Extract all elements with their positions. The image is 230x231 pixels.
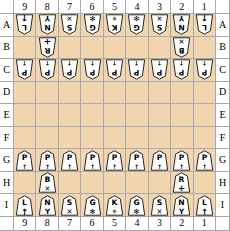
square-8d[interactable]	[36, 82, 57, 104]
piece-black-gold[interactable]: G✻	[127, 195, 146, 216]
square-2e[interactable]	[171, 104, 192, 126]
piece-white-rook[interactable]: R+	[38, 37, 57, 58]
square-3b[interactable]	[149, 37, 170, 59]
rank-label-right-A: A	[216, 14, 229, 36]
square-9d[interactable]	[14, 82, 35, 104]
square-4a[interactable]: G✻	[126, 14, 147, 36]
piece-black-pawn[interactable]: P↑	[150, 150, 169, 171]
piece-move-glyph: ✳	[112, 207, 118, 216]
piece-move-glyph: ✕	[67, 207, 73, 216]
piece-letter: P	[44, 153, 50, 162]
piece-letter: P	[89, 153, 95, 162]
square-9c[interactable]: P↑	[14, 59, 35, 81]
piece-move-glyph: ↑	[21, 14, 28, 23]
piece-letter: P	[201, 68, 207, 77]
piece-move-glyph: ↑	[89, 60, 94, 67]
square-4g[interactable]: P↑	[126, 149, 147, 171]
piece-move-glyph: ↑	[179, 163, 184, 170]
piece-letter: P	[179, 68, 185, 77]
square-3d[interactable]	[149, 82, 170, 104]
square-8g[interactable]: P↑	[36, 149, 57, 171]
file-label-top-3: 3	[149, 0, 170, 13]
piece-move-glyph: ↑	[67, 60, 72, 67]
piece-letter: G	[89, 23, 95, 32]
square-4b[interactable]	[126, 37, 147, 59]
file-label-bottom-3: 3	[149, 217, 170, 230]
square-8f[interactable]	[36, 127, 57, 149]
square-6g[interactable]: P↑	[81, 149, 102, 171]
square-2h[interactable]: R+	[171, 172, 192, 194]
square-2i[interactable]: NY	[171, 194, 192, 216]
piece-white-pawn[interactable]: P↑	[38, 59, 57, 80]
square-7e[interactable]	[59, 104, 80, 126]
square-9f[interactable]	[14, 127, 35, 149]
square-2f[interactable]	[171, 127, 192, 149]
square-5g[interactable]: P↑	[104, 149, 125, 171]
piece-black-bishop[interactable]: B✕	[38, 172, 57, 193]
square-7h[interactable]	[59, 172, 80, 194]
piece-letter: P	[66, 68, 72, 77]
square-9h[interactable]	[14, 172, 35, 194]
square-3h[interactable]	[149, 172, 170, 194]
piece-black-lance[interactable]: L↑	[195, 195, 214, 216]
piece-move-glyph: Y	[44, 207, 51, 216]
piece-white-king[interactable]: K✳	[105, 14, 124, 35]
square-1h[interactable]	[194, 172, 215, 194]
square-5i[interactable]: K✳	[104, 194, 125, 216]
square-8h[interactable]: B✕	[36, 172, 57, 194]
square-5f[interactable]	[104, 127, 125, 149]
piece-letter: P	[44, 68, 50, 77]
piece-move-glyph: +	[44, 37, 51, 47]
file-label-top-8: 8	[36, 0, 57, 13]
piece-letter: N	[179, 23, 185, 32]
square-8a[interactable]: NY	[36, 14, 57, 36]
file-label-top-5: 5	[104, 0, 125, 13]
piece-move-glyph: ✕	[67, 14, 73, 23]
square-4d[interactable]	[126, 82, 147, 104]
square-7d[interactable]	[59, 82, 80, 104]
piece-white-knight[interactable]: NY	[172, 14, 191, 35]
square-3i[interactable]: S✕	[149, 194, 170, 216]
file-label-top-1: 1	[194, 0, 215, 13]
piece-white-gold[interactable]: G✻	[127, 14, 146, 35]
rank-label-right-C: C	[216, 59, 229, 81]
file-label-bottom-1: 1	[194, 217, 215, 230]
square-6a[interactable]: G✻	[81, 14, 102, 36]
piece-move-glyph: ✕	[179, 37, 185, 46]
piece-letter: L	[22, 23, 27, 32]
file-label-bottom-6: 6	[81, 217, 102, 230]
square-1b[interactable]	[194, 37, 215, 59]
file-label-top-2: 2	[171, 0, 192, 13]
rank-label-left-E: E	[0, 104, 13, 126]
square-7b[interactable]	[59, 37, 80, 59]
square-1f[interactable]	[194, 127, 215, 149]
file-label-bottom-2: 2	[171, 217, 192, 230]
rank-label-left-B: B	[0, 37, 13, 59]
rank-label-right-H: H	[216, 172, 229, 194]
rank-label-left-A: A	[0, 14, 13, 36]
rank-label-left-D: D	[0, 82, 13, 104]
corner-bottom-left	[0, 217, 13, 230]
rank-label-left-G: G	[0, 149, 13, 171]
square-5b[interactable]	[104, 37, 125, 59]
piece-move-glyph: ↑	[134, 60, 139, 67]
piece-move-glyph: ✻	[89, 207, 95, 216]
square-7g[interactable]: P↑	[59, 149, 80, 171]
piece-move-glyph: ↑	[202, 60, 207, 67]
piece-move-glyph: ↑	[201, 207, 208, 216]
square-6h[interactable]	[81, 172, 102, 194]
rank-label-right-F: F	[216, 127, 229, 149]
piece-white-lance[interactable]: L↑	[15, 14, 34, 35]
square-5c[interactable]: P↑	[104, 59, 125, 81]
piece-white-pawn[interactable]: P↑	[15, 59, 34, 80]
piece-black-pawn[interactable]: P↑	[172, 150, 191, 171]
piece-move-glyph: ✻	[89, 14, 95, 23]
file-label-top-9: 9	[14, 0, 35, 13]
rank-label-left-C: C	[0, 59, 13, 81]
piece-letter: P	[112, 153, 118, 162]
square-1i[interactable]: L↑	[194, 194, 215, 216]
rank-label-right-B: B	[216, 37, 229, 59]
piece-move-glyph: ✻	[134, 207, 140, 216]
square-1g[interactable]: P↑	[194, 149, 215, 171]
piece-white-silver[interactable]: S✕	[150, 14, 169, 35]
square-8i[interactable]: NY	[36, 194, 57, 216]
square-6d[interactable]	[81, 82, 102, 104]
piece-move-glyph: ✕	[156, 14, 162, 23]
rank-label-left-I: I	[0, 194, 13, 216]
rank-label-right-G: G	[216, 149, 229, 171]
piece-letter: N	[44, 23, 50, 32]
piece-move-glyph: ✻	[134, 14, 140, 23]
piece-move-glyph: ↑	[67, 163, 72, 170]
file-label-bottom-8: 8	[36, 217, 57, 230]
square-2b[interactable]: B✕	[171, 37, 192, 59]
piece-move-glyph: ↑	[45, 163, 50, 170]
piece-letter: P	[134, 153, 140, 162]
piece-white-pawn[interactable]: P↑	[150, 59, 169, 80]
piece-letter: L	[202, 23, 207, 32]
rank-label-right-D: D	[216, 82, 229, 104]
square-6i[interactable]: G✻	[81, 194, 102, 216]
rank-label-right-E: E	[216, 104, 229, 126]
piece-move-glyph: ✕	[44, 184, 50, 193]
square-3f[interactable]	[149, 127, 170, 149]
piece-move-glyph: ↑	[21, 207, 28, 216]
piece-white-silver[interactable]: S✕	[60, 14, 79, 35]
piece-black-knight[interactable]: NY	[172, 195, 191, 216]
piece-black-pawn[interactable]: P↑	[127, 150, 146, 171]
square-6f[interactable]	[81, 127, 102, 149]
piece-letter: S	[67, 23, 72, 32]
square-2c[interactable]: P↑	[171, 59, 192, 81]
square-9a[interactable]: L↑	[14, 14, 35, 36]
piece-letter: G	[134, 23, 140, 32]
piece-white-pawn[interactable]: P↑	[172, 59, 191, 80]
piece-move-glyph: ↑	[45, 60, 50, 67]
piece-black-knight[interactable]: NY	[38, 195, 57, 216]
piece-move-glyph: ↑	[112, 60, 117, 67]
file-label-bottom-7: 7	[59, 217, 80, 230]
square-8b[interactable]: R+	[36, 37, 57, 59]
piece-black-rook[interactable]: R+	[172, 172, 191, 193]
piece-move-glyph: ↑	[157, 60, 162, 67]
square-8c[interactable]: P↑	[36, 59, 57, 81]
file-label-top-6: 6	[81, 0, 102, 13]
shogi-board: 987654321AL↑NYS✕G✻K✳G✻S✕NYL↑ABR+B✕BCP↑P↑…	[0, 0, 230, 231]
piece-white-pawn[interactable]: P↑	[195, 59, 214, 80]
square-5d[interactable]	[104, 82, 125, 104]
rank-label-left-F: F	[0, 127, 13, 149]
square-5e[interactable]	[104, 104, 125, 126]
piece-black-pawn[interactable]: P↑	[60, 150, 79, 171]
piece-move-glyph: ↑	[202, 163, 207, 170]
corner-top-left	[0, 0, 13, 13]
file-label-bottom-4: 4	[126, 217, 147, 230]
square-5h[interactable]	[104, 172, 125, 194]
piece-black-pawn[interactable]: P↑	[105, 150, 124, 171]
piece-black-pawn[interactable]: P↑	[38, 150, 57, 171]
piece-move-glyph: Y	[178, 14, 185, 23]
square-2g[interactable]: P↑	[171, 149, 192, 171]
file-label-top-7: 7	[59, 0, 80, 13]
piece-letter: P	[67, 153, 73, 162]
piece-move-glyph: ↑	[22, 163, 27, 170]
piece-move-glyph: ✳	[111, 14, 117, 23]
piece-letter: P	[134, 68, 140, 77]
square-7a[interactable]: S✕	[59, 14, 80, 36]
piece-white-pawn[interactable]: P↑	[83, 59, 102, 80]
file-label-bottom-5: 5	[104, 217, 125, 230]
piece-letter: P	[22, 153, 28, 162]
piece-white-pawn[interactable]: P↑	[60, 59, 79, 80]
piece-move-glyph: ↑	[201, 14, 208, 23]
piece-black-silver[interactable]: S✕	[60, 195, 79, 216]
square-9i[interactable]: L↑	[14, 194, 35, 216]
piece-letter: S	[157, 23, 162, 32]
square-3a[interactable]: S✕	[149, 14, 170, 36]
square-1e[interactable]	[194, 104, 215, 126]
square-1d[interactable]	[194, 82, 215, 104]
piece-black-silver[interactable]: S✕	[150, 195, 169, 216]
piece-black-king[interactable]: K✳	[105, 195, 124, 216]
square-6c[interactable]: P↑	[81, 59, 102, 81]
square-3c[interactable]: P↑	[149, 59, 170, 81]
square-3g[interactable]: P↑	[149, 149, 170, 171]
piece-move-glyph: Y	[178, 207, 185, 216]
square-4e[interactable]	[126, 104, 147, 126]
file-label-top-4: 4	[126, 0, 147, 13]
piece-letter: P	[201, 153, 207, 162]
piece-move-glyph: ↑	[112, 163, 117, 170]
square-6b[interactable]	[81, 37, 102, 59]
piece-move-glyph: ↑	[89, 163, 94, 170]
piece-letter: P	[111, 68, 117, 77]
piece-black-lance[interactable]: L↑	[15, 195, 34, 216]
square-9e[interactable]	[14, 104, 35, 126]
rank-label-right-I: I	[216, 194, 229, 216]
square-4c[interactable]: P↑	[126, 59, 147, 81]
piece-white-lance[interactable]: L↑	[195, 14, 214, 35]
square-4h[interactable]	[126, 172, 147, 194]
piece-black-gold[interactable]: G✻	[83, 195, 102, 216]
piece-black-pawn[interactable]: P↑	[195, 150, 214, 171]
piece-white-pawn[interactable]: P↑	[105, 59, 124, 80]
square-2d[interactable]	[171, 82, 192, 104]
corner-top-right	[216, 0, 229, 13]
square-7c[interactable]: P↑	[59, 59, 80, 81]
piece-white-bishop[interactable]: B✕	[172, 37, 191, 58]
piece-move-glyph: +	[178, 183, 185, 193]
square-6e[interactable]	[81, 104, 102, 126]
piece-letter: P	[179, 153, 185, 162]
piece-move-glyph: ↑	[22, 60, 27, 67]
file-label-bottom-9: 9	[14, 217, 35, 230]
piece-letter: P	[22, 68, 28, 77]
piece-black-pawn[interactable]: P↑	[83, 150, 102, 171]
piece-move-glyph: ✕	[156, 207, 162, 216]
square-8e[interactable]	[36, 104, 57, 126]
piece-letter: P	[89, 68, 95, 77]
square-9g[interactable]: P↑	[14, 149, 35, 171]
square-9b[interactable]	[14, 37, 35, 59]
piece-letter: P	[156, 68, 162, 77]
square-5a[interactable]: K✳	[104, 14, 125, 36]
square-1c[interactable]: P↑	[194, 59, 215, 81]
piece-move-glyph: ↑	[157, 163, 162, 170]
corner-bottom-right	[216, 217, 229, 230]
square-2a[interactable]: NY	[171, 14, 192, 36]
square-7i[interactable]: S✕	[59, 194, 80, 216]
square-7f[interactable]	[59, 127, 80, 149]
square-1a[interactable]: L↑	[194, 14, 215, 36]
piece-white-gold[interactable]: G✻	[83, 14, 102, 35]
square-4f[interactable]	[126, 127, 147, 149]
piece-move-glyph: ↑	[179, 60, 184, 67]
square-4i[interactable]: G✻	[126, 194, 147, 216]
piece-black-pawn[interactable]: P↑	[15, 150, 34, 171]
piece-white-knight[interactable]: NY	[38, 14, 57, 35]
rank-label-left-H: H	[0, 172, 13, 194]
piece-white-pawn[interactable]: P↑	[127, 59, 146, 80]
piece-letter: P	[157, 153, 163, 162]
piece-move-glyph: ↑	[134, 163, 139, 170]
square-3e[interactable]	[149, 104, 170, 126]
